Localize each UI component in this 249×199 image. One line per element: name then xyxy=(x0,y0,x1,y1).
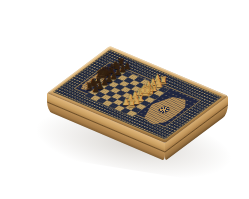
white-rook[interactable]: ♜ xyxy=(127,99,136,109)
chess-set-photo: ♜♞♝♛♚♝♞♜♟♟♟♟♟♟♟♟♟♟♟♟♟♟♟♟♜♞♝♛♚♝♞♜ xyxy=(0,0,249,199)
black-pawn[interactable]: ♟ xyxy=(92,85,100,94)
board-square[interactable] xyxy=(127,110,138,116)
rosette-icon xyxy=(156,105,172,114)
